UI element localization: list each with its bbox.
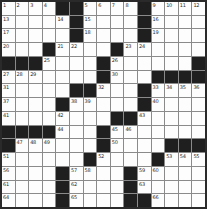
black-cell-r5c7: [97, 71, 110, 84]
white-cell-r10c11[interactable]: [152, 139, 165, 152]
clue-number: 45: [112, 126, 118, 132]
black-cell-r14c9: [124, 194, 137, 207]
white-cell-r12c5[interactable]: 57: [70, 167, 83, 180]
white-cell-r8c14[interactable]: [192, 112, 205, 125]
clue-number: 12: [193, 2, 199, 8]
white-cell-r8c5[interactable]: [70, 112, 83, 125]
white-cell-r5c2[interactable]: 29: [29, 71, 42, 84]
clue-number: 53: [166, 153, 172, 159]
clue-number: 49: [44, 139, 50, 145]
black-cell-r0c5: [70, 2, 83, 15]
clue-number: 17: [3, 29, 9, 35]
white-cell-r14c8[interactable]: [111, 194, 124, 207]
black-cell-r0c10: [138, 2, 151, 15]
clue-number: 2: [17, 2, 20, 8]
clue-number: 40: [153, 98, 159, 104]
clue-number: 58: [85, 167, 91, 173]
white-cell-r1c13[interactable]: [179, 16, 192, 29]
clue-number: 14: [57, 16, 63, 22]
white-cell-r10c9[interactable]: [124, 139, 137, 152]
white-cell-r1c9[interactable]: [124, 16, 137, 29]
black-cell-r2c10: [138, 29, 151, 42]
white-cell-r12c1[interactable]: [16, 167, 29, 180]
white-cell-r11c3[interactable]: [43, 153, 56, 166]
white-cell-r13c3[interactable]: [43, 181, 56, 194]
white-cell-r12c13[interactable]: [179, 167, 192, 180]
white-cell-r9c12[interactable]: [165, 126, 178, 139]
white-cell-r5c1[interactable]: 28: [16, 71, 29, 84]
clue-number: 56: [3, 167, 9, 173]
white-cell-r9c6[interactable]: [84, 126, 97, 139]
black-cell-r3c8: [111, 43, 124, 56]
white-cell-r1c2[interactable]: [29, 16, 42, 29]
white-cell-r7c12[interactable]: [165, 98, 178, 111]
white-cell-r7c9[interactable]: [124, 98, 137, 111]
white-cell-r5c5[interactable]: [70, 71, 83, 84]
white-cell-r12c10[interactable]: 59: [138, 167, 151, 180]
clue-number: 48: [30, 139, 36, 145]
white-cell-r4c5[interactable]: [70, 57, 83, 70]
white-cell-r2c11[interactable]: 19: [152, 29, 165, 42]
black-cell-r14c10: [138, 194, 151, 207]
clue-number: 62: [71, 181, 77, 187]
clue-number: 5: [85, 2, 88, 8]
white-cell-r7c8[interactable]: [111, 98, 124, 111]
black-cell-r11c6: [84, 153, 97, 166]
white-cell-r6c7[interactable]: 32: [97, 84, 110, 97]
black-cell-r9c7: [97, 126, 110, 139]
white-cell-r5c0[interactable]: 27: [2, 71, 15, 84]
black-cell-r10c12: [165, 139, 178, 152]
clue-number: 59: [139, 167, 145, 173]
white-cell-r13c6[interactable]: [84, 181, 97, 194]
white-cell-r14c6[interactable]: [84, 194, 97, 207]
black-cell-r5c11: [152, 71, 165, 84]
black-cell-r6c5: [70, 84, 83, 97]
white-cell-r14c3[interactable]: [43, 194, 56, 207]
black-cell-r9c3: [43, 126, 56, 139]
clue-number: 21: [57, 43, 63, 49]
white-cell-r13c14[interactable]: [192, 181, 205, 194]
white-cell-r11c13[interactable]: 54: [179, 153, 192, 166]
white-cell-r2c1[interactable]: [16, 29, 29, 42]
white-cell-r11c8[interactable]: [111, 153, 124, 166]
white-cell-r4c10[interactable]: [138, 57, 151, 70]
white-cell-r1c1[interactable]: [16, 16, 29, 29]
white-cell-r12c14[interactable]: [192, 167, 205, 180]
white-cell-r6c3[interactable]: [43, 84, 56, 97]
white-cell-r4c11[interactable]: [152, 57, 165, 70]
clue-number: 61: [3, 181, 9, 187]
clue-number: 36: [193, 84, 199, 90]
white-cell-r14c0[interactable]: 64: [2, 194, 15, 207]
white-cell-r13c11[interactable]: [152, 181, 165, 194]
white-cell-r0c7[interactable]: 6: [97, 2, 110, 15]
clue-number: 31: [3, 84, 9, 90]
white-cell-r6c2[interactable]: [29, 84, 42, 97]
black-cell-r5c14: [192, 71, 205, 84]
clue-number: 24: [139, 43, 145, 49]
clue-number: 9: [153, 2, 156, 8]
clue-number: 16: [153, 16, 159, 22]
black-cell-r4c1: [16, 57, 29, 70]
clue-number: 1: [3, 2, 6, 8]
white-cell-r1c7[interactable]: [97, 16, 110, 29]
white-cell-r3c10[interactable]: 24: [138, 43, 151, 56]
white-cell-r1c6[interactable]: 15: [84, 16, 97, 29]
white-cell-r13c10[interactable]: 63: [138, 181, 151, 194]
clue-number: 8: [125, 2, 128, 8]
white-cell-r11c7[interactable]: 52: [97, 153, 110, 166]
clue-number: 64: [3, 194, 9, 200]
white-cell-r9c4[interactable]: 44: [56, 126, 69, 139]
white-cell-r0c3[interactable]: 4: [43, 2, 56, 15]
white-cell-r12c8[interactable]: [111, 167, 124, 180]
white-cell-r1c8[interactable]: [111, 16, 124, 29]
white-cell-r13c8[interactable]: [111, 181, 124, 194]
crossword-board: 1234567891011121314151617181920212223242…: [0, 0, 207, 209]
white-cell-r2c3[interactable]: [43, 29, 56, 42]
clue-number: 29: [30, 71, 36, 77]
black-cell-r9c2: [29, 126, 42, 139]
white-cell-r12c3[interactable]: [43, 167, 56, 180]
white-cell-r11c4[interactable]: [56, 153, 69, 166]
clue-number: 28: [17, 71, 23, 77]
white-cell-r13c2[interactable]: [29, 181, 42, 194]
clue-number: 55: [193, 153, 199, 159]
black-cell-r10c7: [97, 139, 110, 152]
white-cell-r3c2[interactable]: [29, 43, 42, 56]
clue-number: 6: [98, 2, 101, 8]
white-cell-r2c2[interactable]: [29, 29, 42, 42]
white-cell-r7c2[interactable]: [29, 98, 42, 111]
clue-number: 65: [71, 194, 77, 200]
white-cell-r9c8[interactable]: 45: [111, 126, 124, 139]
clue-number: 15: [85, 16, 91, 22]
white-cell-r13c5[interactable]: 62: [70, 181, 83, 194]
clue-number: 26: [112, 57, 118, 63]
white-cell-r11c0[interactable]: 51: [2, 153, 15, 166]
white-cell-r8c3[interactable]: [43, 112, 56, 125]
clue-number: 35: [180, 84, 186, 90]
white-cell-r1c14[interactable]: [192, 16, 205, 29]
clue-number: 46: [125, 126, 131, 132]
white-cell-r3c5[interactable]: 22: [70, 43, 83, 56]
white-cell-r14c11[interactable]: 66: [152, 194, 165, 207]
white-cell-r12c12[interactable]: [165, 167, 178, 180]
white-cell-r3c0[interactable]: 20: [2, 43, 15, 56]
white-cell-r5c9[interactable]: [124, 71, 137, 84]
white-cell-r5c6[interactable]: [84, 71, 97, 84]
white-cell-r10c1[interactable]: 47: [16, 139, 29, 152]
white-cell-r13c0[interactable]: 61: [2, 181, 15, 194]
clue-number: 20: [3, 43, 9, 49]
white-cell-r14c14[interactable]: [192, 194, 205, 207]
white-cell-r11c12[interactable]: 53: [165, 153, 178, 166]
white-cell-r6c11[interactable]: 33: [152, 84, 165, 97]
white-cell-r8c4[interactable]: 42: [56, 112, 69, 125]
white-cell-r9c5[interactable]: [70, 126, 83, 139]
white-cell-r14c13[interactable]: [179, 194, 192, 207]
clue-number: 34: [166, 84, 172, 90]
white-cell-r9c9[interactable]: 46: [124, 126, 137, 139]
clue-number: 25: [44, 57, 50, 63]
white-cell-r3c14[interactable]: [192, 43, 205, 56]
clue-number: 4: [44, 2, 47, 8]
white-cell-r2c7[interactable]: [97, 29, 110, 42]
white-cell-r13c13[interactable]: [179, 181, 192, 194]
clue-number: 60: [153, 167, 159, 173]
white-cell-r1c11[interactable]: 16: [152, 16, 165, 29]
black-cell-r6c10: [138, 84, 151, 97]
white-cell-r6c9[interactable]: [124, 84, 137, 97]
white-cell-r6c12[interactable]: 34: [165, 84, 178, 97]
white-cell-r11c14[interactable]: 55: [192, 153, 205, 166]
white-cell-r13c1[interactable]: [16, 181, 29, 194]
white-cell-r7c1[interactable]: [16, 98, 29, 111]
white-cell-r4c3[interactable]: 25: [43, 57, 56, 70]
black-cell-r11c11: [152, 153, 165, 166]
black-cell-r5c13: [179, 71, 192, 84]
white-cell-r0c11[interactable]: 9: [152, 2, 165, 15]
white-cell-r8c12[interactable]: [165, 112, 178, 125]
black-cell-r6c6: [84, 84, 97, 97]
black-cell-r13c4: [56, 181, 69, 194]
clue-number: 43: [139, 112, 145, 118]
black-cell-r1c5: [70, 16, 83, 29]
black-cell-r8c9: [124, 112, 137, 125]
white-cell-r3c11[interactable]: [152, 43, 165, 56]
black-cell-r10c14: [192, 139, 205, 152]
white-cell-r8c2[interactable]: [29, 112, 42, 125]
white-cell-r8c0[interactable]: 41: [2, 112, 15, 125]
white-cell-r0c9[interactable]: 8: [124, 2, 137, 15]
white-cell-r6c4[interactable]: [56, 84, 69, 97]
white-cell-r7c0[interactable]: 37: [2, 98, 15, 111]
white-cell-r13c7[interactable]: [97, 181, 110, 194]
white-cell-r6c8[interactable]: [111, 84, 124, 97]
white-cell-r8c10[interactable]: 43: [138, 112, 151, 125]
white-cell-r12c0[interactable]: 56: [2, 167, 15, 180]
black-cell-r7c4: [56, 98, 69, 111]
white-cell-r0c13[interactable]: 11: [179, 2, 192, 15]
clue-number: 51: [3, 153, 9, 159]
white-cell-r8c6[interactable]: [84, 112, 97, 125]
black-cell-r3c3: [43, 43, 56, 56]
clue-number: 57: [71, 167, 77, 173]
white-cell-r6c0[interactable]: 31: [2, 84, 15, 97]
white-cell-r10c10[interactable]: [138, 139, 151, 152]
white-cell-r3c1[interactable]: [16, 43, 29, 56]
white-cell-r5c8[interactable]: 30: [111, 71, 124, 84]
clue-number: 19: [153, 29, 159, 35]
white-cell-r4c12[interactable]: [165, 57, 178, 70]
white-cell-r2c8[interactable]: [111, 29, 124, 42]
white-cell-r10c4[interactable]: [56, 139, 69, 152]
black-cell-r7c10: [138, 98, 151, 111]
white-cell-r11c5[interactable]: [70, 153, 83, 166]
white-cell-r10c2[interactable]: 48: [29, 139, 42, 152]
white-cell-r5c3[interactable]: [43, 71, 56, 84]
clue-number: 47: [17, 139, 23, 145]
black-cell-r8c8: [111, 112, 124, 125]
white-cell-r0c1[interactable]: 2: [16, 2, 29, 15]
white-cell-r2c13[interactable]: [179, 29, 192, 42]
white-cell-r0c12[interactable]: 10: [165, 2, 178, 15]
clue-number: 13: [3, 16, 9, 22]
white-cell-r12c6[interactable]: 58: [84, 167, 97, 180]
clue-number: 63: [139, 181, 145, 187]
white-cell-r0c2[interactable]: 3: [29, 2, 42, 15]
clue-number: 32: [98, 84, 104, 90]
white-cell-r10c5[interactable]: [70, 139, 83, 152]
black-cell-r4c2: [29, 57, 42, 70]
white-cell-r11c2[interactable]: [29, 153, 42, 166]
white-cell-r3c4[interactable]: 21: [56, 43, 69, 56]
black-cell-r9c0: [2, 126, 15, 139]
clue-number: 42: [57, 112, 63, 118]
clue-number: 18: [85, 29, 91, 35]
white-cell-r6c13[interactable]: 35: [179, 84, 192, 97]
crossword-grid: 1234567891011121314151617181920212223242…: [0, 0, 207, 209]
white-cell-r6c14[interactable]: 36: [192, 84, 205, 97]
clue-number: 37: [3, 98, 9, 104]
white-cell-r9c11[interactable]: [152, 126, 165, 139]
black-cell-r13c9: [124, 181, 137, 194]
white-cell-r7c3[interactable]: [43, 98, 56, 111]
clue-number: 39: [85, 98, 91, 104]
white-cell-r3c13[interactable]: [179, 43, 192, 56]
clue-number: 10: [166, 2, 172, 8]
white-cell-r10c6[interactable]: [84, 139, 97, 152]
white-cell-r7c7[interactable]: [97, 98, 110, 111]
white-cell-r0c6[interactable]: 5: [84, 2, 97, 15]
white-cell-r2c9[interactable]: [124, 29, 137, 42]
white-cell-r14c7[interactable]: [97, 194, 110, 207]
white-cell-r12c2[interactable]: [29, 167, 42, 180]
white-cell-r3c9[interactable]: 23: [124, 43, 137, 56]
white-cell-r7c13[interactable]: [179, 98, 192, 111]
black-cell-r4c0: [2, 57, 15, 70]
white-cell-r11c1[interactable]: [16, 153, 29, 166]
black-cell-r4c14: [192, 57, 205, 70]
black-cell-r14c4: [56, 194, 69, 207]
white-cell-r8c13[interactable]: [179, 112, 192, 125]
white-cell-r2c6[interactable]: 18: [84, 29, 97, 42]
clue-number: 66: [153, 194, 159, 200]
clue-number: 38: [71, 98, 77, 104]
white-cell-r4c6[interactable]: [84, 57, 97, 70]
black-cell-r9c1: [16, 126, 29, 139]
white-cell-r4c13[interactable]: [179, 57, 192, 70]
white-cell-r10c8[interactable]: 50: [111, 139, 124, 152]
clue-number: 52: [98, 153, 104, 159]
white-cell-r1c0[interactable]: 13: [2, 16, 15, 29]
white-cell-r7c5[interactable]: 38: [70, 98, 83, 111]
white-cell-r5c4[interactable]: [56, 71, 69, 84]
white-cell-r11c10[interactable]: [138, 153, 151, 166]
white-cell-r12c7[interactable]: [97, 167, 110, 180]
white-cell-r9c14[interactable]: [192, 126, 205, 139]
white-cell-r13c12[interactable]: [165, 181, 178, 194]
white-cell-r4c9[interactable]: [124, 57, 137, 70]
black-cell-r0c4: [56, 2, 69, 15]
white-cell-r14c2[interactable]: [29, 194, 42, 207]
white-cell-r2c12[interactable]: [165, 29, 178, 42]
clue-number: 27: [3, 71, 9, 77]
white-cell-r8c1[interactable]: [16, 112, 29, 125]
white-cell-r1c4[interactable]: 14: [56, 16, 69, 29]
white-cell-r3c12[interactable]: [165, 43, 178, 56]
white-cell-r2c14[interactable]: [192, 29, 205, 42]
white-cell-r14c1[interactable]: [16, 194, 29, 207]
white-cell-r7c6[interactable]: 39: [84, 98, 97, 111]
black-cell-r4c7: [97, 57, 110, 70]
white-cell-r5c10[interactable]: [138, 71, 151, 84]
black-cell-r12c9: [124, 167, 137, 180]
black-cell-r12c4: [56, 167, 69, 180]
clue-number: 23: [125, 43, 131, 49]
white-cell-r8c11[interactable]: [152, 112, 165, 125]
white-cell-r6c1[interactable]: [16, 84, 29, 97]
black-cell-r10c0: [2, 139, 15, 152]
black-cell-r2c5: [70, 29, 83, 42]
white-cell-r0c0[interactable]: 1: [2, 2, 15, 15]
white-cell-r14c12[interactable]: [165, 194, 178, 207]
clue-number: 54: [180, 153, 186, 159]
white-cell-r9c13[interactable]: [179, 126, 192, 139]
black-cell-r5c12: [165, 71, 178, 84]
clue-number: 44: [57, 126, 63, 132]
white-cell-r4c4[interactable]: [56, 57, 69, 70]
white-cell-r7c14[interactable]: [192, 98, 205, 111]
white-cell-r11c9[interactable]: [124, 153, 137, 166]
white-cell-r0c14[interactable]: 12: [192, 2, 205, 15]
black-cell-r10c13: [179, 139, 192, 152]
clue-number: 41: [3, 112, 9, 118]
white-cell-r7c11[interactable]: 40: [152, 98, 165, 111]
white-cell-r8c7[interactable]: [97, 112, 110, 125]
clue-number: 7: [112, 2, 115, 8]
white-cell-r1c12[interactable]: [165, 16, 178, 29]
white-cell-r4c8[interactable]: 26: [111, 57, 124, 70]
white-cell-r9c10[interactable]: [138, 126, 151, 139]
clue-number: 33: [153, 84, 159, 90]
white-cell-r10c3[interactable]: 49: [43, 139, 56, 152]
white-cell-r1c3[interactable]: [43, 16, 56, 29]
white-cell-r12c11[interactable]: 60: [152, 167, 165, 180]
clue-number: 22: [71, 43, 77, 49]
white-cell-r3c6[interactable]: [84, 43, 97, 56]
black-cell-r1c10: [138, 16, 151, 29]
white-cell-r0c8[interactable]: 7: [111, 2, 124, 15]
clue-number: 50: [112, 139, 118, 145]
white-cell-r14c5[interactable]: 65: [70, 194, 83, 207]
clue-number: 3: [30, 2, 33, 8]
white-cell-r2c0[interactable]: 17: [2, 29, 15, 42]
white-cell-r2c4[interactable]: [56, 29, 69, 42]
clue-number: 30: [112, 71, 118, 77]
white-cell-r3c7[interactable]: [97, 43, 110, 56]
clue-number: 11: [180, 2, 186, 8]
